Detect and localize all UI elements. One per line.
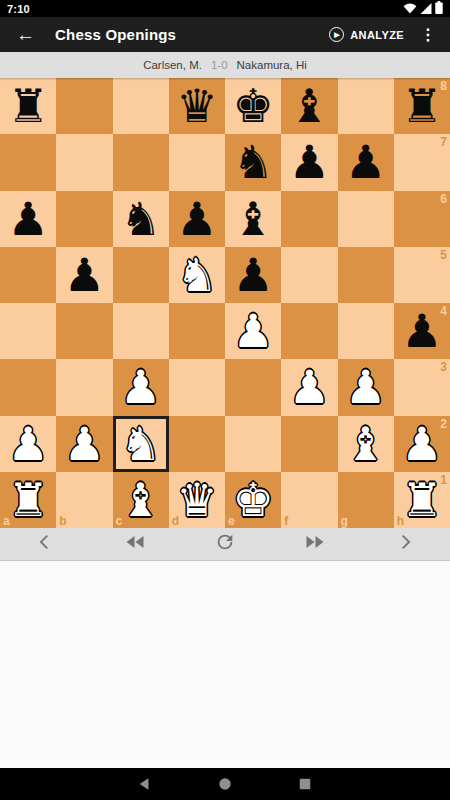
black-knight: ♞: [120, 196, 161, 242]
page-title: Chess Openings: [55, 26, 176, 43]
square-h5[interactable]: 5: [394, 247, 450, 303]
rank-label-2: 2: [440, 418, 447, 430]
file-label-e: e: [228, 515, 235, 527]
rank-label-6: 6: [440, 193, 447, 205]
square-a1[interactable]: ♜a: [0, 472, 56, 528]
white-rook: ♜: [8, 477, 49, 523]
square-b1[interactable]: b: [56, 472, 112, 528]
double-chevron-right-icon: [303, 530, 327, 558]
square-e8[interactable]: ♚: [225, 78, 281, 134]
square-c7[interactable]: [113, 134, 169, 190]
square-c8[interactable]: [113, 78, 169, 134]
square-d2[interactable]: [169, 416, 225, 472]
square-d1[interactable]: ♛d: [169, 472, 225, 528]
square-c6[interactable]: ♞: [113, 191, 169, 247]
square-g4[interactable]: [338, 303, 394, 359]
back-button[interactable]: ←: [16, 25, 35, 44]
black-pawn: ♟: [176, 196, 217, 242]
black-pawn: ♟: [289, 139, 330, 185]
square-a7[interactable]: [0, 134, 56, 190]
square-d8[interactable]: ♛: [169, 78, 225, 134]
analyze-label: ANALYZE: [350, 29, 404, 41]
rank-label-3: 3: [440, 361, 447, 373]
square-b2[interactable]: ♟: [56, 416, 112, 472]
white-pawn: ♟: [289, 364, 330, 410]
square-c4[interactable]: [113, 303, 169, 359]
square-g5[interactable]: [338, 247, 394, 303]
move-list-area: [0, 561, 450, 768]
screen: 7:10 ← Chess Openings ▶ ANALYZE ⋮ Carlse…: [0, 0, 450, 800]
square-h1[interactable]: ♜1h: [394, 472, 450, 528]
prev-move-button[interactable]: [0, 528, 90, 560]
file-label-c: c: [116, 515, 123, 527]
square-e6[interactable]: ♝: [225, 191, 281, 247]
overflow-menu-icon[interactable]: ⋮: [420, 25, 436, 44]
square-f8[interactable]: ♝: [281, 78, 337, 134]
file-label-a: a: [3, 515, 10, 527]
status-time: 7:10: [7, 3, 30, 15]
app-bar: ← Chess Openings ▶ ANALYZE ⋮: [0, 17, 450, 52]
android-back-button[interactable]: [137, 777, 153, 791]
chevron-right-icon: [394, 531, 416, 557]
play-circle-icon: ▶: [329, 27, 344, 42]
square-b8[interactable]: [56, 78, 112, 134]
square-d6[interactable]: ♟: [169, 191, 225, 247]
square-c3[interactable]: ♟: [113, 359, 169, 415]
square-h4[interactable]: ♟4: [394, 303, 450, 359]
battery-icon: [435, 0, 443, 18]
square-e4[interactable]: ♟: [225, 303, 281, 359]
skip-forward-button[interactable]: [270, 528, 360, 560]
file-label-d: d: [172, 515, 179, 527]
black-knight: ♞: [233, 139, 274, 185]
square-c1[interactable]: ♝c: [113, 472, 169, 528]
square-f2[interactable]: [281, 416, 337, 472]
square-a5[interactable]: [0, 247, 56, 303]
game-header: Carlsen, M. 1-0 Nakamura, Hi: [0, 52, 450, 78]
square-f3[interactable]: ♟: [281, 359, 337, 415]
square-b6[interactable]: [56, 191, 112, 247]
white-queen: ♛: [176, 477, 217, 523]
white-pawn: ♟: [8, 421, 49, 467]
square-d4[interactable]: [169, 303, 225, 359]
square-f7[interactable]: ♟: [281, 134, 337, 190]
square-d7[interactable]: [169, 134, 225, 190]
chevron-left-icon: [34, 531, 56, 557]
black-queen: ♛: [176, 83, 217, 129]
game-result: 1-0: [211, 59, 228, 71]
square-b5[interactable]: ♟: [56, 247, 112, 303]
square-g8[interactable]: [338, 78, 394, 134]
black-pawn: ♟: [233, 252, 274, 298]
next-move-button[interactable]: [360, 528, 450, 560]
square-h3[interactable]: 3: [394, 359, 450, 415]
rank-label-5: 5: [440, 249, 447, 261]
move-controls: [0, 528, 450, 561]
square-h2[interactable]: ♟2: [394, 416, 450, 472]
square-a6[interactable]: ♟: [0, 191, 56, 247]
square-h7[interactable]: 7: [394, 134, 450, 190]
square-e7[interactable]: ♞: [225, 134, 281, 190]
square-e1[interactable]: ♚e: [225, 472, 281, 528]
reload-button[interactable]: [180, 528, 270, 560]
square-a8[interactable]: ♜: [0, 78, 56, 134]
white-knight: ♞: [120, 421, 161, 467]
square-f1[interactable]: f: [281, 472, 337, 528]
white-pawn: ♟: [401, 421, 442, 467]
file-label-b: b: [59, 515, 66, 527]
square-c5[interactable]: [113, 247, 169, 303]
white-pawn: ♟: [233, 308, 274, 354]
rank-label-7: 7: [440, 136, 447, 148]
wifi-icon: [403, 0, 417, 18]
skip-back-button[interactable]: [90, 528, 180, 560]
white-bishop: ♝: [345, 421, 386, 467]
cell-signal-icon: [420, 0, 432, 18]
android-navigation-bar: [0, 768, 450, 800]
white-pawn: ♟: [345, 364, 386, 410]
black-king: ♚: [233, 83, 274, 129]
analyze-button[interactable]: ▶ ANALYZE: [329, 27, 404, 42]
square-g3[interactable]: ♟: [338, 359, 394, 415]
white-player-name: Carlsen, M.: [143, 59, 202, 71]
black-pawn: ♟: [64, 252, 105, 298]
square-b3[interactable]: [56, 359, 112, 415]
square-b4[interactable]: [56, 303, 112, 359]
black-pawn: ♟: [345, 139, 386, 185]
square-a3[interactable]: [0, 359, 56, 415]
black-rook: ♜: [401, 83, 442, 129]
square-f4[interactable]: [281, 303, 337, 359]
square-g7[interactable]: ♟: [338, 134, 394, 190]
square-d5[interactable]: ♞: [169, 247, 225, 303]
square-a4[interactable]: [0, 303, 56, 359]
white-pawn: ♟: [64, 421, 105, 467]
file-label-f: f: [284, 515, 288, 527]
square-e5[interactable]: ♟: [225, 247, 281, 303]
android-recents-button[interactable]: [297, 777, 313, 791]
file-label-g: g: [341, 515, 348, 527]
white-knight: ♞: [176, 252, 217, 298]
black-player-name: Nakamura, Hi: [237, 59, 307, 71]
rank-label-8: 8: [440, 80, 447, 92]
square-f5[interactable]: [281, 247, 337, 303]
android-home-button[interactable]: [217, 777, 233, 791]
black-bishop: ♝: [233, 196, 274, 242]
square-h8[interactable]: ♜8: [394, 78, 450, 134]
square-h6[interactable]: 6: [394, 191, 450, 247]
refresh-icon: [214, 531, 236, 557]
white-bishop: ♝: [120, 477, 161, 523]
status-bar: 7:10: [0, 0, 450, 17]
square-e2[interactable]: [225, 416, 281, 472]
file-label-h: h: [397, 515, 404, 527]
rank-label-4: 4: [440, 305, 447, 317]
double-chevron-left-icon: [123, 530, 147, 558]
white-rook: ♜: [401, 477, 442, 523]
white-pawn: ♟: [120, 364, 161, 410]
black-pawn: ♟: [8, 196, 49, 242]
black-pawn: ♟: [401, 308, 442, 354]
square-b7[interactable]: [56, 134, 112, 190]
square-g6[interactable]: [338, 191, 394, 247]
square-g2[interactable]: ♝: [338, 416, 394, 472]
square-f6[interactable]: [281, 191, 337, 247]
square-c2[interactable]: ♞: [113, 416, 169, 472]
status-icons: [403, 0, 443, 18]
chess-board[interactable]: ♜♛♚♝♜8♞♟♟7♟♞♟♝6♟♞♟5♟♟4♟♟♟3♟♟♞♝♟2♜ab♝c♛d♚…: [0, 78, 450, 528]
black-rook: ♜: [8, 83, 49, 129]
square-g1[interactable]: g: [338, 472, 394, 528]
rank-label-1: 1: [440, 474, 447, 486]
square-e3[interactable]: [225, 359, 281, 415]
white-king: ♚: [233, 477, 274, 523]
black-bishop: ♝: [289, 83, 330, 129]
square-d3[interactable]: [169, 359, 225, 415]
square-a2[interactable]: ♟: [0, 416, 56, 472]
